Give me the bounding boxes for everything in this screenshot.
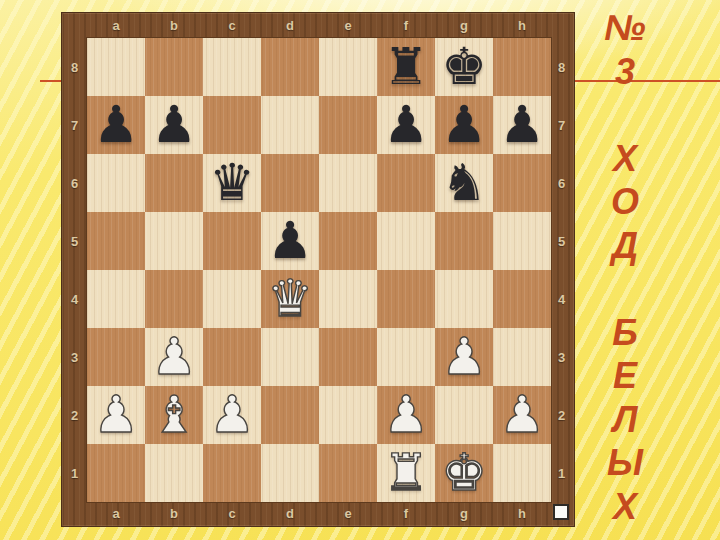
rank-labels-left: 87654321 xyxy=(62,38,87,502)
file-labels-top: abcdefgh xyxy=(87,13,551,38)
square-c4[interactable] xyxy=(203,270,261,328)
square-e8[interactable] xyxy=(319,38,377,96)
white-rook[interactable]: ♜ xyxy=(383,444,429,502)
white-king[interactable]: ♚ xyxy=(441,444,487,502)
square-h1[interactable] xyxy=(493,444,551,502)
square-a6[interactable] xyxy=(87,154,145,212)
caption-line-9: Л xyxy=(597,398,653,442)
square-d7[interactable] xyxy=(261,96,319,154)
square-h7[interactable]: ♟ xyxy=(493,96,551,154)
square-g8[interactable]: ♚ xyxy=(435,38,493,96)
square-b1[interactable] xyxy=(145,444,203,502)
square-a1[interactable] xyxy=(87,444,145,502)
caption-line-7: Б xyxy=(597,311,653,355)
square-g4[interactable] xyxy=(435,270,493,328)
square-c7[interactable] xyxy=(203,96,261,154)
square-f8[interactable]: ♜ xyxy=(377,38,435,96)
caption-line-5: Д xyxy=(597,224,653,268)
file-label-b: b xyxy=(145,500,203,526)
black-king[interactable]: ♚ xyxy=(441,38,487,96)
file-label-a: a xyxy=(87,13,145,38)
square-h3[interactable] xyxy=(493,328,551,386)
square-f1[interactable]: ♜ xyxy=(377,444,435,502)
white-to-move-marker xyxy=(553,504,569,520)
rank-label-8: 8 xyxy=(549,38,574,96)
square-h8[interactable] xyxy=(493,38,551,96)
slide-caption: №3ХОДБЕЛЫХ xyxy=(597,6,653,528)
rank-label-4: 4 xyxy=(62,270,87,328)
square-a5[interactable] xyxy=(87,212,145,270)
rank-label-6: 6 xyxy=(549,154,574,212)
square-f7[interactable]: ♟ xyxy=(377,96,435,154)
square-c2[interactable]: ♟ xyxy=(203,386,261,444)
square-a3[interactable] xyxy=(87,328,145,386)
square-g1[interactable]: ♚ xyxy=(435,444,493,502)
white-pawn[interactable]: ♟ xyxy=(383,386,429,444)
rank-label-7: 7 xyxy=(549,96,574,154)
white-pawn[interactable]: ♟ xyxy=(209,386,255,444)
square-e4[interactable] xyxy=(319,270,377,328)
caption-line-10: Ы xyxy=(597,441,653,485)
black-pawn[interactable]: ♟ xyxy=(441,96,487,154)
black-pawn[interactable]: ♟ xyxy=(499,96,545,154)
caption-line-6 xyxy=(597,267,653,311)
file-label-e: e xyxy=(319,13,377,38)
file-label-f: f xyxy=(377,13,435,38)
file-label-g: g xyxy=(435,500,493,526)
square-d5[interactable]: ♟ xyxy=(261,212,319,270)
file-label-a: a xyxy=(87,500,145,526)
square-b4[interactable] xyxy=(145,270,203,328)
square-e5[interactable] xyxy=(319,212,377,270)
rank-label-3: 3 xyxy=(62,328,87,386)
rank-label-6: 6 xyxy=(62,154,87,212)
square-c8[interactable] xyxy=(203,38,261,96)
square-f5[interactable] xyxy=(377,212,435,270)
black-pawn[interactable]: ♟ xyxy=(151,96,197,154)
square-a4[interactable] xyxy=(87,270,145,328)
square-h6[interactable] xyxy=(493,154,551,212)
file-label-d: d xyxy=(261,500,319,526)
file-label-f: f xyxy=(377,500,435,526)
square-g6[interactable]: ♞ xyxy=(435,154,493,212)
caption-line-3: Х xyxy=(597,137,653,181)
white-pawn[interactable]: ♟ xyxy=(93,386,139,444)
rank-label-5: 5 xyxy=(549,212,574,270)
rank-label-4: 4 xyxy=(549,270,574,328)
chess-board: abcdefgh abcdefgh 87654321 87654321 ♜♚♟♟… xyxy=(61,12,575,527)
black-pawn[interactable]: ♟ xyxy=(267,212,313,270)
white-queen[interactable]: ♛ xyxy=(267,270,313,328)
rank-label-1: 1 xyxy=(549,444,574,502)
square-f3[interactable] xyxy=(377,328,435,386)
square-e7[interactable] xyxy=(319,96,377,154)
black-pawn[interactable]: ♟ xyxy=(93,96,139,154)
square-g2[interactable] xyxy=(435,386,493,444)
file-label-g: g xyxy=(435,13,493,38)
black-queen[interactable]: ♛ xyxy=(209,154,255,212)
square-b5[interactable] xyxy=(145,212,203,270)
caption-line-8: Е xyxy=(597,354,653,398)
square-a7[interactable]: ♟ xyxy=(87,96,145,154)
black-knight[interactable]: ♞ xyxy=(441,154,487,212)
rank-label-2: 2 xyxy=(549,386,574,444)
file-label-d: d xyxy=(261,13,319,38)
caption-line-0: № xyxy=(597,6,653,50)
file-label-h: h xyxy=(493,13,551,38)
square-e1[interactable] xyxy=(319,444,377,502)
caption-line-1: 3 xyxy=(597,50,653,94)
square-h5[interactable] xyxy=(493,212,551,270)
board-squares: ♜♚♟♟♟♟♟♛♞♟♛♟♟♟♝♟♟♟♜♚ xyxy=(87,38,551,502)
rank-label-8: 8 xyxy=(62,38,87,96)
square-d8[interactable] xyxy=(261,38,319,96)
caption-line-11: Х xyxy=(597,485,653,529)
square-e6[interactable] xyxy=(319,154,377,212)
file-label-h: h xyxy=(493,500,551,526)
square-f4[interactable] xyxy=(377,270,435,328)
square-c3[interactable] xyxy=(203,328,261,386)
rank-labels-right: 87654321 xyxy=(549,38,574,502)
white-pawn[interactable]: ♟ xyxy=(151,328,197,386)
square-f6[interactable] xyxy=(377,154,435,212)
square-c1[interactable] xyxy=(203,444,261,502)
square-b6[interactable] xyxy=(145,154,203,212)
file-label-c: c xyxy=(203,13,261,38)
square-d1[interactable] xyxy=(261,444,319,502)
rank-label-7: 7 xyxy=(62,96,87,154)
rank-label-2: 2 xyxy=(62,386,87,444)
square-f2[interactable]: ♟ xyxy=(377,386,435,444)
square-d6[interactable] xyxy=(261,154,319,212)
square-e2[interactable] xyxy=(319,386,377,444)
file-label-c: c xyxy=(203,500,261,526)
square-b2[interactable]: ♝ xyxy=(145,386,203,444)
square-c5[interactable] xyxy=(203,212,261,270)
black-rook[interactable]: ♜ xyxy=(383,38,429,96)
square-b7[interactable]: ♟ xyxy=(145,96,203,154)
white-pawn[interactable]: ♟ xyxy=(499,386,545,444)
file-label-b: b xyxy=(145,13,203,38)
square-d3[interactable] xyxy=(261,328,319,386)
caption-line-4: О xyxy=(597,180,653,224)
square-g5[interactable] xyxy=(435,212,493,270)
file-label-e: e xyxy=(319,500,377,526)
square-a2[interactable]: ♟ xyxy=(87,386,145,444)
caption-line-2 xyxy=(597,93,653,137)
white-bishop[interactable]: ♝ xyxy=(151,386,197,444)
white-pawn[interactable]: ♟ xyxy=(441,328,487,386)
square-b8[interactable] xyxy=(145,38,203,96)
square-g7[interactable]: ♟ xyxy=(435,96,493,154)
rank-label-3: 3 xyxy=(549,328,574,386)
square-d4[interactable]: ♛ xyxy=(261,270,319,328)
square-e3[interactable] xyxy=(319,328,377,386)
black-pawn[interactable]: ♟ xyxy=(383,96,429,154)
square-a8[interactable] xyxy=(87,38,145,96)
square-h4[interactable] xyxy=(493,270,551,328)
rank-label-1: 1 xyxy=(62,444,87,502)
file-labels-bottom: abcdefgh xyxy=(87,500,551,526)
rank-label-5: 5 xyxy=(62,212,87,270)
square-c6[interactable]: ♛ xyxy=(203,154,261,212)
square-b3[interactable]: ♟ xyxy=(145,328,203,386)
square-g3[interactable]: ♟ xyxy=(435,328,493,386)
square-d2[interactable] xyxy=(261,386,319,444)
square-h2[interactable]: ♟ xyxy=(493,386,551,444)
